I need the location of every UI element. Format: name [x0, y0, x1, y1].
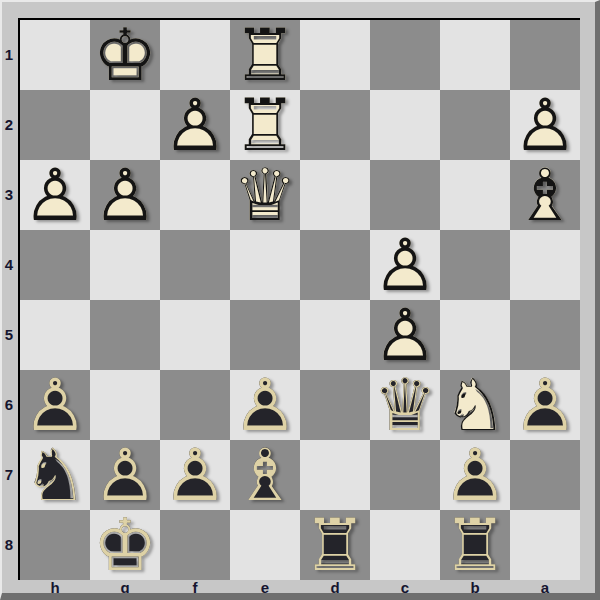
square-d8[interactable]: ♜♖: [300, 510, 370, 580]
file-label-h: h: [20, 581, 90, 595]
square-h7[interactable]: ♞♘: [20, 440, 90, 510]
piece-outline-glyph: ♙: [160, 440, 230, 510]
piece-outline-glyph: ♙: [370, 300, 440, 370]
piece-fill-glyph: ♚: [90, 510, 160, 580]
chess-diagram-window: 12345678 ♚♔♜♖♟♙♜♖♟♙♟♙♟♙♛♕♝♗♟♙♟♙♟♙♟♙♛♕♞♘♟…: [0, 0, 600, 600]
piece-fill-glyph: ♞: [440, 370, 510, 440]
piece-outline-glyph: ♙: [20, 160, 90, 230]
square-g3[interactable]: ♟♙: [90, 160, 160, 230]
square-f4[interactable]: [160, 230, 230, 300]
piece-outline-glyph: ♙: [510, 90, 580, 160]
square-c2[interactable]: [370, 90, 440, 160]
piece-fill-glyph: ♝: [230, 440, 300, 510]
black-king: ♚♔: [90, 510, 160, 580]
piece-outline-glyph: ♙: [160, 90, 230, 160]
square-h1[interactable]: [20, 20, 90, 90]
white-pawn: ♟♙: [20, 160, 90, 230]
square-d2[interactable]: [300, 90, 370, 160]
file-label-a: a: [510, 581, 580, 595]
white-rook: ♜♖: [230, 90, 300, 160]
piece-outline-glyph: ♖: [440, 510, 510, 580]
piece-outline-glyph: ♖: [230, 90, 300, 160]
square-d6[interactable]: [300, 370, 370, 440]
file-label-f: f: [160, 581, 230, 595]
piece-outline-glyph: ♗: [510, 160, 580, 230]
square-c7[interactable]: [370, 440, 440, 510]
piece-fill-glyph: ♟: [370, 300, 440, 370]
square-b8[interactable]: ♜♖: [440, 510, 510, 580]
piece-outline-glyph: ♔: [90, 510, 160, 580]
square-g1[interactable]: ♚♔: [90, 20, 160, 90]
square-h4[interactable]: [20, 230, 90, 300]
piece-outline-glyph: ♔: [90, 20, 160, 90]
piece-fill-glyph: ♛: [370, 370, 440, 440]
black-pawn: ♟♙: [20, 370, 90, 440]
black-rook: ♜♖: [440, 510, 510, 580]
file-label-d: d: [300, 581, 370, 595]
square-h5[interactable]: [20, 300, 90, 370]
square-f5[interactable]: [160, 300, 230, 370]
piece-fill-glyph: ♚: [90, 20, 160, 90]
black-rook: ♜♖: [300, 510, 370, 580]
rank-label-7: 7: [0, 440, 18, 510]
piece-fill-glyph: ♟: [160, 90, 230, 160]
square-e1[interactable]: ♜♖: [230, 20, 300, 90]
black-bishop: ♝♗: [230, 440, 300, 510]
file-label-b: b: [440, 581, 510, 595]
piece-outline-glyph: ♙: [510, 370, 580, 440]
square-c8[interactable]: [370, 510, 440, 580]
file-label-c: c: [370, 581, 440, 595]
square-f1[interactable]: [160, 20, 230, 90]
square-c5[interactable]: ♟♙: [370, 300, 440, 370]
square-h6[interactable]: ♟♙: [20, 370, 90, 440]
piece-outline-glyph: ♖: [300, 510, 370, 580]
black-pawn: ♟♙: [230, 370, 300, 440]
piece-fill-glyph: ♟: [510, 370, 580, 440]
square-e2[interactable]: ♜♖: [230, 90, 300, 160]
rank-label-1: 1: [0, 20, 18, 90]
square-a4[interactable]: [510, 230, 580, 300]
piece-fill-glyph: ♟: [160, 440, 230, 510]
square-f2[interactable]: ♟♙: [160, 90, 230, 160]
piece-fill-glyph: ♜: [230, 20, 300, 90]
square-a3[interactable]: ♝♗: [510, 160, 580, 230]
rank-label-4: 4: [0, 230, 18, 300]
square-f8[interactable]: [160, 510, 230, 580]
square-b1[interactable]: [440, 20, 510, 90]
piece-fill-glyph: ♜: [300, 510, 370, 580]
white-pawn: ♟♙: [370, 230, 440, 300]
piece-fill-glyph: ♟: [20, 370, 90, 440]
piece-outline-glyph: ♙: [90, 440, 160, 510]
square-c3[interactable]: [370, 160, 440, 230]
white-knight: ♞♘: [440, 370, 510, 440]
square-f3[interactable]: [160, 160, 230, 230]
square-a1[interactable]: [510, 20, 580, 90]
black-pawn: ♟♙: [160, 440, 230, 510]
square-a6[interactable]: ♟♙: [510, 370, 580, 440]
piece-outline-glyph: ♕: [370, 370, 440, 440]
square-b6[interactable]: ♞♘: [440, 370, 510, 440]
square-c6[interactable]: ♛♕: [370, 370, 440, 440]
square-f7[interactable]: ♟♙: [160, 440, 230, 510]
square-a8[interactable]: [510, 510, 580, 580]
piece-outline-glyph: ♙: [370, 230, 440, 300]
piece-fill-glyph: ♟: [90, 160, 160, 230]
square-c1[interactable]: [370, 20, 440, 90]
square-b2[interactable]: [440, 90, 510, 160]
square-a5[interactable]: [510, 300, 580, 370]
square-e8[interactable]: [230, 510, 300, 580]
rank-label-2: 2: [0, 90, 18, 160]
piece-outline-glyph: ♙: [440, 440, 510, 510]
square-d5[interactable]: [300, 300, 370, 370]
square-e6[interactable]: ♟♙: [230, 370, 300, 440]
piece-outline-glyph: ♙: [90, 160, 160, 230]
square-c4[interactable]: ♟♙: [370, 230, 440, 300]
white-rook: ♜♖: [230, 20, 300, 90]
white-pawn: ♟♙: [510, 90, 580, 160]
square-a2[interactable]: ♟♙: [510, 90, 580, 160]
white-pawn: ♟♙: [160, 90, 230, 160]
piece-outline-glyph: ♕: [230, 160, 300, 230]
square-h8[interactable]: [20, 510, 90, 580]
piece-outline-glyph: ♘: [20, 440, 90, 510]
white-queen: ♛♕: [230, 160, 300, 230]
piece-fill-glyph: ♝: [510, 160, 580, 230]
square-b5[interactable]: [440, 300, 510, 370]
white-pawn: ♟♙: [90, 160, 160, 230]
square-g2[interactable]: [90, 90, 160, 160]
rank-label-6: 6: [0, 370, 18, 440]
rank-label-3: 3: [0, 160, 18, 230]
piece-fill-glyph: ♟: [370, 230, 440, 300]
square-e7[interactable]: ♝♗: [230, 440, 300, 510]
board-grid: ♚♔♜♖♟♙♜♖♟♙♟♙♟♙♛♕♝♗♟♙♟♙♟♙♟♙♛♕♞♘♟♙♞♘♟♙♟♙♝♗…: [20, 20, 580, 580]
piece-outline-glyph: ♙: [230, 370, 300, 440]
square-h3[interactable]: ♟♙: [20, 160, 90, 230]
square-f6[interactable]: [160, 370, 230, 440]
piece-fill-glyph: ♞: [20, 440, 90, 510]
piece-fill-glyph: ♛: [230, 160, 300, 230]
piece-fill-glyph: ♟: [510, 90, 580, 160]
square-b7[interactable]: ♟♙: [440, 440, 510, 510]
piece-fill-glyph: ♟: [230, 370, 300, 440]
piece-outline-glyph: ♖: [230, 20, 300, 90]
piece-fill-glyph: ♟: [90, 440, 160, 510]
file-label-g: g: [90, 581, 160, 595]
black-knight: ♞♘: [20, 440, 90, 510]
file-labels: hgfedcba: [20, 581, 580, 595]
square-d1[interactable]: [300, 20, 370, 90]
square-d4[interactable]: [300, 230, 370, 300]
square-b4[interactable]: [440, 230, 510, 300]
file-label-e: e: [230, 581, 300, 595]
square-d7[interactable]: [300, 440, 370, 510]
chess-board: ♚♔♜♖♟♙♜♖♟♙♟♙♟♙♛♕♝♗♟♙♟♙♟♙♟♙♛♕♞♘♟♙♞♘♟♙♟♙♝♗…: [18, 18, 580, 580]
square-e3[interactable]: ♛♕: [230, 160, 300, 230]
square-b3[interactable]: [440, 160, 510, 230]
white-king: ♚♔: [90, 20, 160, 90]
square-g5[interactable]: [90, 300, 160, 370]
piece-outline-glyph: ♘: [440, 370, 510, 440]
square-g6[interactable]: [90, 370, 160, 440]
piece-fill-glyph: ♟: [440, 440, 510, 510]
black-pawn: ♟♙: [440, 440, 510, 510]
piece-fill-glyph: ♜: [230, 90, 300, 160]
white-bishop: ♝♗: [510, 160, 580, 230]
rank-label-5: 5: [0, 300, 18, 370]
rank-label-8: 8: [0, 510, 18, 580]
square-h2[interactable]: [20, 90, 90, 160]
white-pawn: ♟♙: [370, 300, 440, 370]
square-g4[interactable]: [90, 230, 160, 300]
black-queen: ♛♕: [370, 370, 440, 440]
black-pawn: ♟♙: [510, 370, 580, 440]
square-e5[interactable]: [230, 300, 300, 370]
square-a7[interactable]: [510, 440, 580, 510]
piece-outline-glyph: ♗: [230, 440, 300, 510]
black-pawn: ♟♙: [90, 440, 160, 510]
square-e4[interactable]: [230, 230, 300, 300]
square-g8[interactable]: ♚♔: [90, 510, 160, 580]
rank-labels: 12345678: [0, 20, 18, 580]
piece-fill-glyph: ♟: [20, 160, 90, 230]
piece-outline-glyph: ♙: [20, 370, 90, 440]
square-d3[interactable]: [300, 160, 370, 230]
piece-fill-glyph: ♜: [440, 510, 510, 580]
square-g7[interactable]: ♟♙: [90, 440, 160, 510]
